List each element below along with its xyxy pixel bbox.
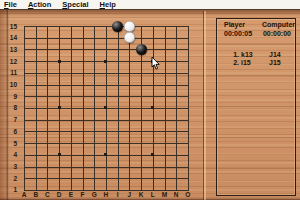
board-intersection-B9[interactable] [30,90,42,102]
board-intersection-I6[interactable] [112,126,124,138]
board-intersection-H3[interactable] [100,161,112,173]
board-intersection-G11[interactable] [88,67,100,79]
board-intersection-B2[interactable] [30,172,42,184]
board-intersection-C1[interactable] [42,184,54,196]
go-board[interactable] [18,20,194,196]
board-intersection-F1[interactable] [77,184,89,196]
board-intersection-B5[interactable] [30,137,42,149]
board-intersection-K1[interactable] [135,184,147,196]
board-intersection-E5[interactable] [65,137,77,149]
board-intersection-K12[interactable] [135,55,147,67]
board-intersection-G7[interactable] [88,114,100,126]
board-intersection-A2[interactable] [18,172,30,184]
board-intersection-O3[interactable] [182,161,194,173]
board-intersection-C2[interactable] [42,172,54,184]
board-intersection-H7[interactable] [100,114,112,126]
board-intersection-G14[interactable] [88,32,100,44]
board-intersection-C7[interactable] [42,114,54,126]
computer-move: J14 [269,51,295,59]
board-intersection-L2[interactable] [147,172,159,184]
board-intersection-K8[interactable] [135,102,147,114]
board-intersection-B13[interactable] [30,44,42,56]
move-number: 1. [227,51,239,59]
board-intersection-D5[interactable] [53,137,65,149]
board-intersection-F6[interactable] [77,126,89,138]
board-intersection-O14[interactable] [182,32,194,44]
board-intersection-K14[interactable] [135,32,147,44]
menu-item-file[interactable]: File [4,0,17,9]
board-intersection-N9[interactable] [170,90,182,102]
board-intersection-C11[interactable] [42,67,54,79]
computer-header: Computer [262,21,296,28]
board-intersection-K11[interactable] [135,67,147,79]
white-stone [124,21,135,32]
board-intersection-N13[interactable] [170,44,182,56]
board-intersection-L10[interactable] [147,79,159,91]
computer-move: J15 [269,59,295,67]
board-intersection-L7[interactable] [147,114,159,126]
board-intersection-G8[interactable] [88,102,100,114]
board-intersection-F15[interactable] [77,20,89,32]
board-intersection-C3[interactable] [42,161,54,173]
board-intersection-B14[interactable] [30,32,42,44]
main-area: 151413121110987654321 ABCDEFGHIJKLMNO Pl… [0,10,300,200]
board-intersection-A4[interactable] [18,149,30,161]
board-intersection-O1[interactable] [182,184,194,196]
black-stone [112,21,123,32]
board-intersection-B8[interactable] [30,102,42,114]
player-clock: 00:00:05 [224,30,262,37]
board-intersection-M3[interactable] [159,161,171,173]
board-intersection-G12[interactable] [88,55,100,67]
board-intersection-L5[interactable] [147,137,159,149]
star-point [151,153,154,156]
board-intersection-E12[interactable] [65,55,77,67]
board-intersection-G3[interactable] [88,161,100,173]
board-intersection-O12[interactable] [182,55,194,67]
board-intersection-G9[interactable] [88,90,100,102]
board-intersection-E7[interactable] [65,114,77,126]
board-panel-divider [203,11,206,200]
board-intersection-H8[interactable] [100,102,112,114]
board-intersection-E14[interactable] [65,32,77,44]
board-intersection-I14[interactable] [112,32,124,44]
board-intersection-J3[interactable] [124,161,136,173]
board-intersection-H9[interactable] [100,90,112,102]
board-intersection-H1[interactable] [100,184,112,196]
board-intersection-I11[interactable] [112,67,124,79]
board-intersection-N12[interactable] [170,55,182,67]
board-intersection-E13[interactable] [65,44,77,56]
board-intersection-K13[interactable] [135,44,147,56]
board-intersection-C5[interactable] [42,137,54,149]
board-intersection-K3[interactable] [135,161,147,173]
board-intersection-F7[interactable] [77,114,89,126]
board-intersection-J2[interactable] [124,172,136,184]
board-intersection-K4[interactable] [135,149,147,161]
star-point [58,153,61,156]
board-intersection-B10[interactable] [30,79,42,91]
white-stone [124,32,135,43]
star-point [104,60,107,63]
board-intersection-N3[interactable] [170,161,182,173]
star-point [104,153,107,156]
board-intersection-G5[interactable] [88,137,100,149]
board-intersection-K10[interactable] [135,79,147,91]
board-intersection-C4[interactable] [42,149,54,161]
player-header: Player [224,21,262,28]
star-point [58,106,61,109]
board-intersection-F12[interactable] [77,55,89,67]
board-intersection-N4[interactable] [170,149,182,161]
board-intersection-D1[interactable] [53,184,65,196]
board-intersection-D14[interactable] [53,32,65,44]
board-intersection-A12[interactable] [18,55,30,67]
board-intersection-A10[interactable] [18,79,30,91]
board-intersection-D3[interactable] [53,161,65,173]
board-intersection-L9[interactable] [147,90,159,102]
board-intersection-G4[interactable] [88,149,100,161]
board-intersection-H2[interactable] [100,172,112,184]
board-intersection-E8[interactable] [65,102,77,114]
board-intersection-J7[interactable] [124,114,136,126]
move-row: 1.k13J14 [227,51,295,59]
board-intersection-B15[interactable] [30,20,42,32]
board-intersection-N11[interactable] [170,67,182,79]
board-intersection-I5[interactable] [112,137,124,149]
board-intersection-K2[interactable] [135,172,147,184]
board-intersection-H10[interactable] [100,79,112,91]
board-intersection-F10[interactable] [77,79,89,91]
board-intersection-L4[interactable] [147,149,159,161]
board-intersection-J6[interactable] [124,126,136,138]
board-intersection-D12[interactable] [53,55,65,67]
board-intersection-D4[interactable] [53,149,65,161]
board-intersection-M2[interactable] [159,172,171,184]
board-intersection-I15[interactable] [112,20,124,32]
wood-top-shade [0,10,300,16]
board-intersection-O7[interactable] [182,114,194,126]
board-intersection-B3[interactable] [30,161,42,173]
star-point [58,60,61,63]
board-intersection-G10[interactable] [88,79,100,91]
board-intersection-N2[interactable] [170,172,182,184]
board-intersection-A6[interactable] [18,126,30,138]
board-intersection-H15[interactable] [100,20,112,32]
board-intersection-I10[interactable] [112,79,124,91]
board-intersection-M4[interactable] [159,149,171,161]
menu-item-special[interactable]: Special [62,0,88,9]
board-intersection-C13[interactable] [42,44,54,56]
board-intersection-O11[interactable] [182,67,194,79]
board-intersection-F2[interactable] [77,172,89,184]
board-intersection-I8[interactable] [112,102,124,114]
board-intersection-O15[interactable] [182,20,194,32]
board-intersection-D9[interactable] [53,90,65,102]
board-intersection-A3[interactable] [18,161,30,173]
menubar: FileActionSpecialHelp [0,0,300,10]
board-intersection-M11[interactable] [159,67,171,79]
board-intersection-I2[interactable] [112,172,124,184]
board-intersection-F4[interactable] [77,149,89,161]
board-intersection-L15[interactable] [147,20,159,32]
board-intersection-J10[interactable] [124,79,136,91]
board-intersection-J1[interactable] [124,184,136,196]
board-intersection-F9[interactable] [77,90,89,102]
board-intersection-C6[interactable] [42,126,54,138]
board-intersection-B7[interactable] [30,114,42,126]
star-point [151,106,154,109]
board-intersection-E6[interactable] [65,126,77,138]
board-intersection-I3[interactable] [112,161,124,173]
board-intersection-N10[interactable] [170,79,182,91]
board-intersection-H14[interactable] [100,32,112,44]
board-intersection-F8[interactable] [77,102,89,114]
board-intersection-K6[interactable] [135,126,147,138]
board-intersection-A8[interactable] [18,102,30,114]
board-intersection-I13[interactable] [112,44,124,56]
star-point [104,106,107,109]
board-intersection-I12[interactable] [112,55,124,67]
board-intersection-D11[interactable] [53,67,65,79]
board-intersection-O4[interactable] [182,149,194,161]
board-intersection-H5[interactable] [100,137,112,149]
board-intersection-B12[interactable] [30,55,42,67]
board-intersection-H13[interactable] [100,44,112,56]
board-intersection-K9[interactable] [135,90,147,102]
board-intersection-E3[interactable] [65,161,77,173]
board-intersection-L1[interactable] [147,184,159,196]
board-intersection-C15[interactable] [42,20,54,32]
board-intersection-D2[interactable] [53,172,65,184]
board-intersection-O6[interactable] [182,126,194,138]
board-intersection-F5[interactable] [77,137,89,149]
board-intersection-E10[interactable] [65,79,77,91]
board-intersection-G2[interactable] [88,172,100,184]
board-intersection-M12[interactable] [159,55,171,67]
board-intersection-J4[interactable] [124,149,136,161]
board-intersection-M13[interactable] [159,44,171,56]
board-intersection-J14[interactable] [124,32,136,44]
board-intersection-D8[interactable] [53,102,65,114]
board-intersection-C10[interactable] [42,79,54,91]
board-intersection-D6[interactable] [53,126,65,138]
board-intersection-F3[interactable] [77,161,89,173]
board-intersection-A9[interactable] [18,90,30,102]
board-intersection-F11[interactable] [77,67,89,79]
board-intersection-H4[interactable] [100,149,112,161]
board-intersection-D15[interactable] [53,20,65,32]
player-move: k13 [241,51,267,59]
board-intersection-B1[interactable] [30,184,42,196]
board-intersection-O10[interactable] [182,79,194,91]
board-intersection-B4[interactable] [30,149,42,161]
board-intersection-F14[interactable] [77,32,89,44]
board-intersection-O9[interactable] [182,90,194,102]
go-app-window: FileActionSpecialHelp 151413121110987654… [0,0,300,200]
game-info-panel: Player Computer 00:00:05 00:00:00 1.k13J… [216,18,296,196]
board-intersection-A15[interactable] [18,20,30,32]
board-intersection-A5[interactable] [18,137,30,149]
board-intersection-J13[interactable] [124,44,136,56]
player-move: i15 [241,59,267,67]
board-intersection-N14[interactable] [170,32,182,44]
board-intersection-C8[interactable] [42,102,54,114]
board-intersection-E9[interactable] [65,90,77,102]
board-intersection-N6[interactable] [170,126,182,138]
board-intersection-L14[interactable] [147,32,159,44]
board-intersection-M14[interactable] [159,32,171,44]
move-number: 2. [227,59,239,67]
board-intersection-L6[interactable] [147,126,159,138]
board-intersection-J8[interactable] [124,102,136,114]
board-intersection-N5[interactable] [170,137,182,149]
black-stone [136,44,147,55]
board-intersection-G13[interactable] [88,44,100,56]
board-intersection-H11[interactable] [100,67,112,79]
board-intersection-G1[interactable] [88,184,100,196]
board-intersection-J5[interactable] [124,137,136,149]
board-intersection-B6[interactable] [30,126,42,138]
board-intersection-E4[interactable] [65,149,77,161]
board-intersection-I1[interactable] [112,184,124,196]
board-intersection-M10[interactable] [159,79,171,91]
board-intersection-J15[interactable] [124,20,136,32]
board-intersection-M7[interactable] [159,114,171,126]
board-intersection-M5[interactable] [159,137,171,149]
board-intersection-K15[interactable] [135,20,147,32]
board-intersection-E15[interactable] [65,20,77,32]
board-intersection-F13[interactable] [77,44,89,56]
board-intersection-N1[interactable] [170,184,182,196]
board-intersection-A14[interactable] [18,32,30,44]
board-intersection-L8[interactable] [147,102,159,114]
board-intersection-M15[interactable] [159,20,171,32]
board-intersection-B11[interactable] [30,67,42,79]
board-intersection-A7[interactable] [18,114,30,126]
mouse-cursor-icon [151,56,160,74]
board-intersection-H6[interactable] [100,126,112,138]
board-intersection-A1[interactable] [18,184,30,196]
board-intersection-C14[interactable] [42,32,54,44]
board-intersection-N15[interactable] [170,20,182,32]
board-intersection-G15[interactable] [88,20,100,32]
board-intersection-C9[interactable] [42,90,54,102]
board-intersection-C12[interactable] [42,55,54,67]
board-intersection-J9[interactable] [124,90,136,102]
board-intersection-E11[interactable] [65,67,77,79]
move-list: 1.k13J142.i15J15 [217,51,295,67]
board-intersection-M8[interactable] [159,102,171,114]
board-intersection-O5[interactable] [182,137,194,149]
board-intersection-M9[interactable] [159,90,171,102]
board-intersection-H12[interactable] [100,55,112,67]
board-intersection-O13[interactable] [182,44,194,56]
board-intersection-M1[interactable] [159,184,171,196]
board-intersection-A13[interactable] [18,44,30,56]
board-intersection-N7[interactable] [170,114,182,126]
board-intersection-K7[interactable] [135,114,147,126]
board-intersection-G6[interactable] [88,126,100,138]
board-intersection-N8[interactable] [170,102,182,114]
board-intersection-J11[interactable] [124,67,136,79]
board-intersection-E2[interactable] [65,172,77,184]
board-intersection-D10[interactable] [53,79,65,91]
board-intersection-A11[interactable] [18,67,30,79]
menu-item-action[interactable]: Action [28,0,51,9]
board-intersection-D7[interactable] [53,114,65,126]
board-intersection-K5[interactable] [135,137,147,149]
board-intersection-D13[interactable] [53,44,65,56]
board-intersection-O2[interactable] [182,172,194,184]
board-intersection-L3[interactable] [147,161,159,173]
board-intersection-M6[interactable] [159,126,171,138]
board-intersection-J12[interactable] [124,55,136,67]
board-intersection-L13[interactable] [147,44,159,56]
board-intersection-I7[interactable] [112,114,124,126]
menu-item-help[interactable]: Help [100,0,116,9]
board-intersection-I9[interactable] [112,90,124,102]
board-intersection-O8[interactable] [182,102,194,114]
board-intersection-E1[interactable] [65,184,77,196]
board-intersection-I4[interactable] [112,149,124,161]
computer-clock: 00:00:00 [262,30,292,37]
move-row: 2.i15J15 [227,59,295,67]
